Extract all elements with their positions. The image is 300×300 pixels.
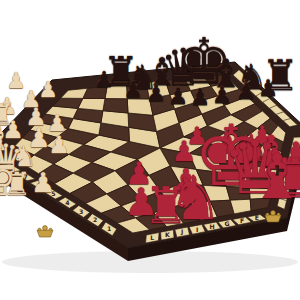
brass-clasp-leaf xyxy=(266,213,269,216)
coordinate-label: 3 xyxy=(79,208,83,215)
brass-clasp-leaf xyxy=(38,228,41,231)
piece-white-pawn[interactable]: ♟ xyxy=(48,133,70,157)
piece-black-pawn[interactable]: ♟ xyxy=(212,84,233,107)
piece-black-pawn[interactable]: ♟ xyxy=(190,86,211,109)
piece-black-pawn[interactable]: ♟ xyxy=(168,85,189,108)
brass-clasp-leaf xyxy=(49,228,52,231)
coordinate-label: F xyxy=(240,217,244,224)
piece-red-rook[interactable]: ♜ xyxy=(144,181,189,231)
piece-black-pawn[interactable]: ♟ xyxy=(146,82,167,105)
piece-white-king[interactable]: ♚ xyxy=(0,157,16,202)
coordinate-label: L xyxy=(150,234,154,241)
piece-black-pawn[interactable]: ♟ xyxy=(258,77,279,100)
coordinate-label: 1 xyxy=(107,225,111,232)
piece-black-pawn[interactable]: ♟ xyxy=(236,80,257,103)
coordinate-label: 4 xyxy=(65,199,70,206)
brass-clasp-leaf xyxy=(277,213,280,216)
piece-black-pawn[interactable]: ♟ xyxy=(123,79,143,101)
coordinate-label: 2 xyxy=(93,216,97,223)
piece-red-bishop[interactable]: ♝ xyxy=(249,146,300,208)
piece-white-pawn[interactable]: ♟ xyxy=(31,169,55,196)
brass-clasp-crest xyxy=(43,226,48,231)
coordinate-label: E xyxy=(255,214,259,221)
three-player-chess-photo: 87654321LKJIHGFE ♟♝♟♜♛♚♝♞♞♜♟♟♟♟♟♟♟♟♟♟♟♜♟… xyxy=(0,0,300,300)
coordinate-label: G xyxy=(225,220,230,227)
